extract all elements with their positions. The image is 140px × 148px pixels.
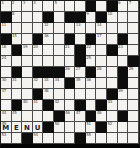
black-cell-r12c5 [43, 122, 54, 133]
clue-number: 11 [2, 23, 7, 27]
black-cell-r9c4 [33, 89, 44, 100]
black-cell-r7c2 [12, 67, 23, 78]
black-cell-r10c8 [75, 100, 86, 111]
grid-cell-r4c13[interactable] [128, 34, 139, 45]
clue-number: 45 [12, 111, 17, 115]
black-cell-r7c9 [86, 67, 97, 78]
grid-cell-r1c7[interactable] [65, 1, 76, 12]
clue-number: 50 [54, 122, 59, 126]
clue-number: 17 [97, 34, 102, 38]
crossword-board: 1234567891011121314151617181920212223242… [0, 0, 140, 148]
grid-cell-r1c4[interactable]: 4 [33, 1, 44, 12]
grid-cell-r10c6[interactable]: 42 [54, 100, 65, 111]
black-cell-r4c1 [1, 34, 12, 45]
clue-number: 25 [86, 56, 91, 60]
grid-cell-r6c3[interactable] [22, 56, 33, 67]
black-cell-r7c6 [54, 67, 65, 78]
grid-cell-r8c11[interactable] [107, 78, 118, 89]
clue-number: 8 [12, 12, 14, 16]
grid-cell-r1c12[interactable]: 6 [118, 1, 129, 12]
black-cell-r4c4 [33, 34, 44, 45]
black-cell-r5c11 [107, 45, 118, 56]
grid-cell-r7c8[interactable]: 27 [75, 67, 86, 78]
grid-cell-r5c12[interactable]: 23 [118, 45, 129, 56]
black-cell-r10c10 [96, 100, 107, 111]
black-cell-r13c3 [22, 133, 33, 144]
clue-number: 10 [107, 12, 112, 16]
grid-cell-r5c6[interactable] [54, 45, 65, 56]
grid-cell-r1c6[interactable]: 5 [54, 1, 65, 12]
clue-number: 6 [118, 1, 120, 5]
grid-cell-r9c5[interactable]: 38 [43, 89, 54, 100]
grid-cell-r1c3[interactable]: 3 [22, 1, 33, 12]
clue-number: 43 [107, 100, 112, 104]
filled-letter: E [12, 122, 22, 132]
grid-cell-r11c5[interactable] [43, 111, 54, 122]
clue-number: 38 [44, 89, 49, 93]
grid-cell-r3c2[interactable] [12, 23, 23, 34]
grid-cell-r8c1[interactable]: 30 [1, 78, 12, 89]
grid-cell-r1c5[interactable] [43, 1, 54, 12]
grid-cell-r6c2[interactable] [12, 56, 23, 67]
grid-cell-r12c9[interactable]: 51 [86, 122, 97, 133]
grid-cell-r13c10[interactable] [96, 133, 107, 144]
clue-number: 16 [44, 34, 49, 38]
grid-cell-r12c8[interactable] [75, 122, 86, 133]
grid-cell-r4c10[interactable]: 17 [96, 34, 107, 45]
clue-number: 20 [33, 45, 38, 49]
grid-cell-r8c10[interactable] [96, 78, 107, 89]
grid-cell-r3c5[interactable]: 12 [43, 23, 54, 34]
black-cell-r6c13 [128, 56, 139, 67]
grid-cell-r8c13[interactable] [128, 78, 139, 89]
clue-number: 31 [12, 78, 17, 82]
grid-cell-r7c1[interactable] [1, 67, 12, 78]
grid-cell-r10c13[interactable] [128, 100, 139, 111]
grid-cell-r13c6[interactable] [54, 133, 65, 144]
grid-cell-r1c2[interactable]: 2 [12, 1, 23, 12]
black-cell-r5c2 [12, 45, 23, 56]
black-cell-r1c11 [107, 1, 118, 12]
grid-cell-r5c5[interactable] [43, 45, 54, 56]
grid-cell-r5c7[interactable]: 21 [65, 45, 76, 56]
grid-cell-r9c12[interactable]: 39 [118, 89, 129, 100]
clue-number: 30 [2, 78, 7, 82]
clue-number: 22 [86, 45, 91, 49]
black-cell-r7c5 [43, 67, 54, 78]
clue-number: 29 [129, 67, 134, 71]
grid-cell-r9c7[interactable] [65, 89, 76, 100]
grid-cell-r6c10[interactable] [96, 56, 107, 67]
crossword-page: 1234567891011121314151617181920212223242… [0, 0, 140, 148]
grid-cell-r3c13[interactable] [128, 23, 139, 34]
grid-cell-r12c13[interactable] [128, 122, 139, 133]
clue-number: 39 [118, 89, 123, 93]
grid-cell-r5c1[interactable]: 18 [1, 45, 12, 56]
grid-cell-r12c7[interactable] [65, 122, 76, 133]
black-cell-r2c10 [96, 12, 107, 23]
grid-cell-r11c7[interactable]: 46 [65, 111, 76, 122]
grid-cell-r4c5[interactable]: 16 [43, 34, 54, 45]
black-cell-r7c4 [33, 67, 44, 78]
grid-cell-r13c11[interactable] [107, 133, 118, 144]
grid-cell-r5c13[interactable] [128, 45, 139, 56]
grid-cell-r6c11[interactable] [107, 56, 118, 67]
grid-cell-r10c4[interactable]: 41 [33, 100, 44, 111]
grid-cell-r6c7[interactable] [65, 56, 76, 67]
grid-cell-r10c12[interactable] [118, 100, 129, 111]
grid-cell-r12c2[interactable]: E [12, 122, 23, 133]
grid-cell-r11c10[interactable]: 48 [96, 111, 107, 122]
clue-number: 47 [76, 111, 81, 115]
grid-cell-r9c3[interactable] [22, 89, 33, 100]
clue-number: 4 [33, 1, 35, 5]
clue-number: 3 [23, 1, 25, 5]
grid-cell-r9c1[interactable]: 37 [1, 89, 12, 100]
black-cell-r10c2 [12, 100, 23, 111]
clue-number: 35 [76, 78, 81, 82]
black-cell-r4c12 [118, 34, 129, 45]
grid-cell-r10c9[interactable] [86, 100, 97, 111]
black-cell-r2c5 [43, 12, 54, 23]
clue-number: 55 [86, 133, 91, 137]
clue-number: 12 [44, 23, 49, 27]
grid-cell-r2c9[interactable]: 9 [86, 12, 97, 23]
grid-cell-r11c1[interactable]: 44 [1, 111, 12, 122]
grid-cell-r3c6[interactable] [54, 23, 65, 34]
black-cell-r11c9 [86, 111, 97, 122]
grid-cell-r11c13[interactable] [128, 111, 139, 122]
clue-number: 40 [23, 100, 28, 104]
black-cell-r2c8 [75, 12, 86, 23]
black-cell-r7c12 [118, 67, 129, 78]
grid-cell-r2c6[interactable] [54, 12, 65, 23]
grid-cell-r12c12[interactable] [118, 122, 129, 133]
clue-number: 19 [23, 45, 28, 49]
clue-number: 24 [2, 56, 7, 60]
grid-cell-r3c7[interactable] [65, 23, 76, 34]
grid-cell-r12c6[interactable]: 50 [54, 122, 65, 133]
black-cell-r2c7 [65, 12, 76, 23]
grid-cell-r3c10[interactable]: 14 [96, 23, 107, 34]
grid-cell-r10c1[interactable] [1, 100, 12, 111]
grid-cell-r2c2[interactable]: 8 [12, 12, 23, 23]
grid-cell-r1c1[interactable]: 1 [1, 1, 12, 12]
grid-cell-r13c2[interactable] [12, 133, 23, 144]
grid-cell-r3c3[interactable] [22, 23, 33, 34]
grid-cell-r13c13[interactable] [128, 133, 139, 144]
grid-cell-r2c13[interactable] [128, 12, 139, 23]
grid-cell-r6c12[interactable] [118, 56, 129, 67]
grid-cell-r11c4[interactable] [33, 111, 44, 122]
clue-number: 34 [54, 78, 59, 82]
grid-cell-r5c10[interactable] [96, 45, 107, 56]
grid-cell-r3c4[interactable] [33, 23, 44, 34]
clue-number: 37 [2, 89, 7, 93]
grid-cell-r6c4[interactable] [33, 56, 44, 67]
grid-cell-r5c3[interactable]: 19 [22, 45, 33, 56]
black-cell-r9c11 [107, 89, 118, 100]
grid-cell-r9c9[interactable] [86, 89, 97, 100]
grid-cell-r4c6[interactable] [54, 34, 65, 45]
grid-cell-r4c8[interactable] [75, 34, 86, 45]
grid-cell-r7c11[interactable] [107, 67, 118, 78]
clue-number: 5 [54, 1, 56, 5]
clue-number: 14 [97, 23, 102, 27]
grid-cell-r3c9[interactable] [86, 23, 97, 34]
clue-number: 52 [107, 122, 112, 126]
clue-number: 44 [2, 111, 7, 115]
black-cell-r4c7 [65, 34, 76, 45]
grid-cell-r12c1[interactable]: 49M [1, 122, 12, 133]
black-cell-r2c1 [1, 12, 12, 23]
clue-number: 27 [76, 67, 81, 71]
grid-cell-r10c11[interactable]: 43 [107, 100, 118, 111]
grid-cell-r13c4[interactable]: 54 [33, 133, 44, 144]
grid-cell-r7c13[interactable]: 29 [128, 67, 139, 78]
grid-cell-r8c9[interactable]: 36 [86, 78, 97, 89]
grid-cell-r2c11[interactable]: 10 [107, 12, 118, 23]
grid-cell-r3c12[interactable] [118, 23, 129, 34]
grid-cell-r9c13[interactable] [128, 89, 139, 100]
clue-number: 9 [86, 12, 88, 16]
grid-cell-r8c2[interactable]: 31 [12, 78, 23, 89]
black-cell-r11c12 [118, 111, 129, 122]
grid-cell-r2c3[interactable] [22, 12, 33, 23]
clue-number: 41 [33, 100, 38, 104]
black-cell-r5c8 [75, 45, 86, 56]
grid-cell-r13c9[interactable]: 55 [86, 133, 97, 144]
grid-cell-r13c5[interactable] [43, 133, 54, 144]
grid-cell-r5c9[interactable]: 22 [86, 45, 97, 56]
grid-cell-r13c1[interactable]: 53 [1, 133, 12, 144]
black-cell-r1c9 [86, 1, 97, 12]
grid-cell-r10c7[interactable] [65, 100, 76, 111]
clue-number: 15 [12, 34, 17, 38]
grid-cell-r2c4[interactable] [33, 12, 44, 23]
grid-cell-r6c5[interactable] [43, 56, 54, 67]
grid-cell-r5c4[interactable]: 20 [33, 45, 44, 56]
black-cell-r10c5 [43, 100, 54, 111]
clue-number: 32 [33, 78, 38, 82]
clue-number: 42 [54, 100, 59, 104]
grid-cell-r8c4[interactable]: 32 [33, 78, 44, 89]
grid-cell-r4c2[interactable]: 15 [12, 34, 23, 45]
grid-cell-r12c11[interactable]: 52 [107, 122, 118, 133]
clue-number: 28 [97, 67, 102, 71]
clue-number: 54 [33, 133, 38, 137]
black-cell-r11c6 [54, 111, 65, 122]
grid-cell-r4c11[interactable] [107, 34, 118, 45]
grid-cell-r7c7[interactable]: 26 [65, 67, 76, 78]
grid-cell-r13c12[interactable] [118, 133, 129, 144]
grid-cell-r11c2[interactable]: 45 [12, 111, 23, 122]
clue-number: 33 [44, 78, 49, 82]
black-cell-r8c7 [65, 78, 76, 89]
black-cell-r4c9 [86, 34, 97, 45]
grid-cell-r4c3[interactable] [22, 34, 33, 45]
clue-number: 53 [2, 133, 7, 137]
grid-cell-r9c8[interactable] [75, 89, 86, 100]
grid-cell-r3c11[interactable] [107, 23, 118, 34]
grid-cell-r9c6[interactable] [54, 89, 65, 100]
grid-cell-r7c10[interactable]: 28 [96, 67, 107, 78]
grid-cell-r8c8[interactable]: 35 [75, 78, 86, 89]
grid-cell-r7c3[interactable] [22, 67, 33, 78]
black-cell-r8c12 [118, 78, 129, 89]
clue-number: 23 [118, 45, 123, 49]
grid-cell-r1c13[interactable]: 7 [128, 1, 139, 12]
grid-cell-r6c1[interactable]: 24 [1, 56, 12, 67]
clue-number: 46 [65, 111, 70, 115]
clue-number: 51 [86, 122, 91, 126]
grid-cell-r9c10[interactable] [96, 89, 107, 100]
grid-cell-r8c6[interactable]: 34 [54, 78, 65, 89]
grid-cell-r10c3[interactable]: 40 [22, 100, 33, 111]
grid-cell-r11c8[interactable]: 47 [75, 111, 86, 122]
grid-cell-r9c2[interactable] [12, 89, 23, 100]
grid-cell-r11c11[interactable] [107, 111, 118, 122]
filled-letter: U [33, 122, 43, 132]
grid-cell-r1c8[interactable] [75, 1, 86, 12]
grid-cell-r12c3[interactable]: N [22, 122, 33, 133]
black-cell-r6c8 [75, 56, 86, 67]
grid-cell-r8c3[interactable] [22, 78, 33, 89]
grid-cell-r3c1[interactable]: 11 [1, 23, 12, 34]
grid-cell-r6c6[interactable] [54, 56, 65, 67]
clue-number: 48 [97, 111, 102, 115]
grid-cell-r2c12[interactable] [118, 12, 129, 23]
clue-number: 2 [12, 1, 14, 5]
clue-number: 21 [65, 45, 70, 49]
clue-number: 13 [76, 23, 81, 27]
grid-cell-r11c3[interactable] [22, 111, 33, 122]
filled-letter: M [1, 122, 11, 132]
clue-number: 26 [65, 67, 70, 71]
grid-cell-r13c7[interactable] [65, 133, 76, 144]
grid-cell-r3c8[interactable]: 13 [75, 23, 86, 34]
grid-cell-r1c10[interactable] [96, 1, 107, 12]
clue-number: 7 [129, 1, 131, 5]
grid-cell-r6c9[interactable]: 25 [86, 56, 97, 67]
filled-letter: N [22, 122, 32, 132]
grid-cell-r8c5[interactable]: 33 [43, 78, 54, 89]
clue-number: 1 [2, 1, 4, 5]
clue-number: 18 [2, 45, 7, 49]
black-cell-r13c8 [75, 133, 86, 144]
black-cell-r12c10 [96, 122, 107, 133]
clue-number: 36 [86, 78, 91, 82]
grid-cell-r12c4[interactable]: U [33, 122, 44, 133]
